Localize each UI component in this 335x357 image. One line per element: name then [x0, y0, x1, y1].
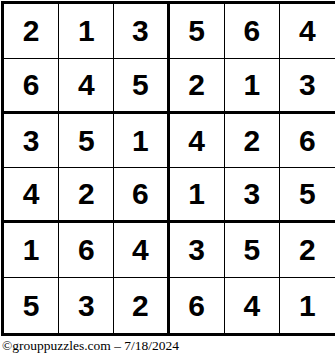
cell-r3c5: 2 — [225, 114, 280, 169]
cell-r1c1: 2 — [4, 4, 59, 59]
cell-r1c4: 5 — [170, 4, 225, 59]
cell-r5c2: 6 — [59, 223, 114, 278]
sudoku-board: 213564645213351426426135164352532641 — [1, 1, 335, 336]
cell-r1c3: 3 — [114, 4, 169, 59]
cell-r5c1: 1 — [4, 223, 59, 278]
cell-r2c1: 6 — [4, 59, 59, 114]
cell-r6c1: 5 — [4, 278, 59, 333]
cell-r3c3: 1 — [114, 114, 169, 169]
cell-r4c4: 1 — [170, 168, 225, 223]
cell-r6c2: 3 — [59, 278, 114, 333]
cell-r3c2: 5 — [59, 114, 114, 169]
cell-r2c4: 2 — [170, 59, 225, 114]
cell-r2c6: 3 — [280, 59, 335, 114]
cell-r6c4: 6 — [170, 278, 225, 333]
cell-r6c6: 1 — [280, 278, 335, 333]
cell-r5c3: 4 — [114, 223, 169, 278]
cell-r5c6: 2 — [280, 223, 335, 278]
copyright-credit: ©grouppuzzles.com – 7/18/2024 — [2, 338, 179, 354]
cell-r4c1: 4 — [4, 168, 59, 223]
cell-r4c6: 5 — [280, 168, 335, 223]
cell-r6c5: 4 — [225, 278, 280, 333]
cell-r6c3: 2 — [114, 278, 169, 333]
cell-r3c1: 3 — [4, 114, 59, 169]
cell-r1c5: 6 — [225, 4, 280, 59]
cell-r4c3: 6 — [114, 168, 169, 223]
cell-r1c2: 1 — [59, 4, 114, 59]
sudoku-page: 213564645213351426426135164352532641 ©gr… — [0, 0, 335, 357]
cell-r5c5: 5 — [225, 223, 280, 278]
cell-r4c5: 3 — [225, 168, 280, 223]
cell-r3c4: 4 — [170, 114, 225, 169]
cell-r2c5: 1 — [225, 59, 280, 114]
cell-r5c4: 3 — [170, 223, 225, 278]
cell-r2c3: 5 — [114, 59, 169, 114]
cell-r4c2: 2 — [59, 168, 114, 223]
cell-r2c2: 4 — [59, 59, 114, 114]
cell-r1c6: 4 — [280, 4, 335, 59]
cell-r3c6: 6 — [280, 114, 335, 169]
